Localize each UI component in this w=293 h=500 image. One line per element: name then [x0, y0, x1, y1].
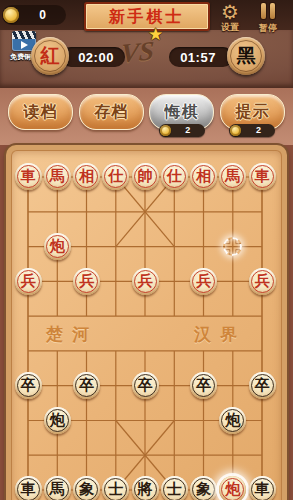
coin-icon [160, 125, 171, 136]
star-icon: ★ [148, 24, 163, 45]
black-piece-卒[interactable]: 卒 [132, 372, 159, 399]
red-piece-兵[interactable]: 兵 [73, 268, 100, 295]
red-piece-仕[interactable]: 仕 [161, 163, 188, 190]
black-timer: 01:57 [169, 47, 233, 67]
black-piece-炮[interactable]: 炮 [44, 407, 71, 434]
black-piece-炮[interactable]: 炮 [219, 407, 246, 434]
red-player-label: 紅 [41, 43, 60, 69]
red-piece-帥[interactable]: 帥 [132, 163, 159, 190]
red-player-badge: 紅 [31, 37, 69, 75]
red-piece-炮[interactable]: 炮 [44, 233, 71, 260]
toolbar: 读档 存档 悔棋 2 提示 2 [0, 94, 293, 130]
red-piece-仕[interactable]: 仕 [102, 163, 129, 190]
red-piece-兵[interactable]: 兵 [132, 268, 159, 295]
save-game-button[interactable]: 存档 [79, 94, 144, 130]
black-piece-士[interactable]: 士 [161, 476, 188, 500]
undo-count-badge: 2 [159, 124, 205, 137]
hint-count-badge: 2 [229, 124, 275, 137]
red-piece-兵[interactable]: 兵 [249, 268, 276, 295]
red-piece-相[interactable]: 相 [73, 163, 100, 190]
red-piece-兵[interactable]: 兵 [15, 268, 42, 295]
black-piece-卒[interactable]: 卒 [73, 372, 100, 399]
black-piece-卒[interactable]: 卒 [249, 372, 276, 399]
pause-icon [261, 2, 275, 19]
black-piece-象[interactable]: 象 [190, 476, 217, 500]
black-piece-車[interactable]: 車 [15, 476, 42, 500]
game-screen: 0 新手棋士 ⚙ 设置 暂停 免费铜钱 紅 02:00 VS ★ 01:57 黑… [0, 0, 293, 500]
last-move-origin-marker [223, 237, 242, 256]
coin-icon [3, 7, 19, 23]
black-piece-馬[interactable]: 馬 [44, 476, 71, 500]
black-piece-將[interactable]: 將 [132, 476, 159, 500]
xiangqi-board: 楚河 汉界 車馬相仕帥仕相馬車炮兵兵兵兵兵卒卒卒卒卒炮炮車馬象士將士象炮車 [6, 145, 287, 500]
red-piece-馬[interactable]: 馬 [44, 163, 71, 190]
coin-count: 0 [19, 8, 66, 22]
gear-icon: ⚙ [212, 2, 248, 22]
undo-count: 2 [171, 124, 205, 137]
coin-icon [230, 125, 241, 136]
red-piece-車[interactable]: 車 [249, 163, 276, 190]
red-piece-相[interactable]: 相 [190, 163, 217, 190]
black-piece-卒[interactable]: 卒 [15, 372, 42, 399]
settings-label: 设置 [212, 21, 248, 34]
coin-counter[interactable]: 0 [2, 5, 66, 25]
red-piece-炮[interactable]: 炮 [219, 476, 246, 500]
load-game-button[interactable]: 读档 [8, 94, 73, 130]
black-piece-士[interactable]: 士 [102, 476, 129, 500]
settings-button[interactable]: ⚙ 设置 [212, 2, 248, 34]
page-title: 新手棋士 [84, 2, 210, 31]
black-piece-象[interactable]: 象 [73, 476, 100, 500]
hint-count: 2 [241, 124, 275, 137]
red-piece-車[interactable]: 車 [15, 163, 42, 190]
red-timer: 02:00 [61, 47, 125, 67]
black-player-label: 黑 [237, 43, 256, 69]
pause-label: 暂停 [250, 22, 286, 35]
red-piece-馬[interactable]: 馬 [219, 163, 246, 190]
black-piece-車[interactable]: 車 [249, 476, 276, 500]
black-player-badge: 黑 [227, 37, 265, 75]
black-piece-卒[interactable]: 卒 [190, 372, 217, 399]
pause-button[interactable]: 暂停 [250, 2, 286, 35]
red-piece-兵[interactable]: 兵 [190, 268, 217, 295]
pieces-layer: 車馬相仕帥仕相馬車炮兵兵兵兵兵卒卒卒卒卒炮炮車馬象士將士象炮車 [13, 160, 276, 500]
